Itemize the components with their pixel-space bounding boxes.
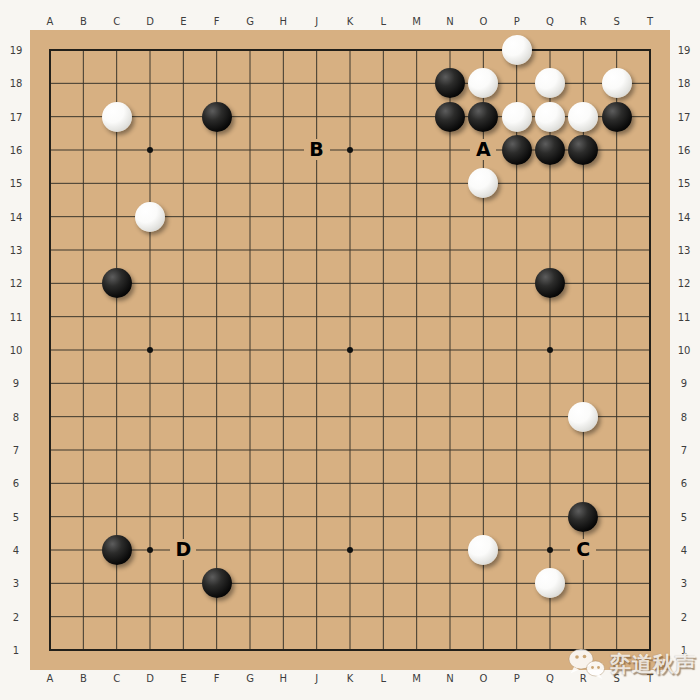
point-E17 xyxy=(167,100,200,133)
point-S19 xyxy=(600,33,633,66)
point-A4 xyxy=(33,533,66,566)
point-G16 xyxy=(233,133,266,166)
coord-top-C: C xyxy=(113,16,120,27)
coord-left-9: 9 xyxy=(13,378,19,389)
coord-right-7: 7 xyxy=(681,445,687,456)
white-stone xyxy=(602,68,632,98)
go-board-diagram: BADC AABBCCDDEEFFGGHHJJKKLLMMNNOOPPQQRRS… xyxy=(0,0,700,700)
point-H15 xyxy=(267,167,300,200)
point-R9 xyxy=(567,367,600,400)
point-T12 xyxy=(633,267,666,300)
coord-bottom-M: M xyxy=(412,673,421,684)
point-E8 xyxy=(167,400,200,433)
coord-left-7: 7 xyxy=(13,445,19,456)
coord-top-T: T xyxy=(647,16,653,27)
point-G3 xyxy=(233,567,266,600)
coord-top-B: B xyxy=(80,16,87,27)
point-L6 xyxy=(367,467,400,500)
point-O15 xyxy=(467,167,500,200)
coord-bottom-J: J xyxy=(315,673,318,684)
point-D4 xyxy=(133,533,166,566)
point-O10 xyxy=(467,333,500,366)
point-K15 xyxy=(333,167,366,200)
point-S9 xyxy=(600,367,633,400)
point-D5 xyxy=(133,500,166,533)
point-F19 xyxy=(200,33,233,66)
black-stone xyxy=(502,135,532,165)
coord-right-11: 11 xyxy=(678,311,691,322)
point-P3 xyxy=(500,567,533,600)
coord-top-N: N xyxy=(446,16,453,27)
coord-top-P: P xyxy=(514,16,520,27)
point-N1 xyxy=(433,633,466,666)
coord-right-6: 6 xyxy=(681,478,687,489)
point-T16 xyxy=(633,133,666,166)
coord-top-F: F xyxy=(214,16,220,27)
coord-left-19: 19 xyxy=(10,45,23,56)
point-F8 xyxy=(200,400,233,433)
point-J4 xyxy=(300,533,333,566)
black-stone xyxy=(102,268,132,298)
point-P8 xyxy=(500,400,533,433)
point-O11 xyxy=(467,300,500,333)
black-stone xyxy=(202,102,232,132)
white-stone xyxy=(535,102,565,132)
point-S6 xyxy=(600,467,633,500)
point-E3 xyxy=(167,567,200,600)
point-D1 xyxy=(133,633,166,666)
coord-bottom-P: P xyxy=(514,673,520,684)
point-F6 xyxy=(200,467,233,500)
point-N7 xyxy=(433,433,466,466)
point-O1 xyxy=(467,633,500,666)
point-T5 xyxy=(633,500,666,533)
coord-right-5: 5 xyxy=(681,511,687,522)
coord-right-16: 16 xyxy=(678,145,691,156)
point-B12 xyxy=(67,267,100,300)
point-O3 xyxy=(467,567,500,600)
point-G2 xyxy=(233,600,266,633)
point-Q17 xyxy=(533,100,566,133)
point-K18 xyxy=(333,67,366,100)
point-J17 xyxy=(300,100,333,133)
point-L18 xyxy=(367,67,400,100)
point-O13 xyxy=(467,233,500,266)
point-O16: A xyxy=(467,133,500,166)
coord-right-8: 8 xyxy=(681,411,687,422)
point-E6 xyxy=(167,467,200,500)
point-H10 xyxy=(267,333,300,366)
point-B13 xyxy=(67,233,100,266)
point-C12 xyxy=(100,267,133,300)
point-R15 xyxy=(567,167,600,200)
coord-left-16: 16 xyxy=(10,145,23,156)
coord-right-15: 15 xyxy=(678,178,691,189)
point-K7 xyxy=(333,433,366,466)
black-stone xyxy=(568,502,598,532)
point-M10 xyxy=(400,333,433,366)
point-E2 xyxy=(167,600,200,633)
coord-top-R: R xyxy=(580,16,587,27)
point-J14 xyxy=(300,200,333,233)
point-D13 xyxy=(133,233,166,266)
point-R17 xyxy=(567,100,600,133)
point-E18 xyxy=(167,67,200,100)
point-H13 xyxy=(267,233,300,266)
coord-top-L: L xyxy=(381,16,387,27)
coord-bottom-N: N xyxy=(446,673,453,684)
point-L2 xyxy=(367,600,400,633)
point-K13 xyxy=(333,233,366,266)
point-F13 xyxy=(200,233,233,266)
point-M13 xyxy=(400,233,433,266)
point-O9 xyxy=(467,367,500,400)
coord-bottom-K: K xyxy=(347,673,354,684)
point-M4 xyxy=(400,533,433,566)
point-L4 xyxy=(367,533,400,566)
point-F14 xyxy=(200,200,233,233)
point-T2 xyxy=(633,600,666,633)
black-stone xyxy=(468,102,498,132)
point-E4: D xyxy=(167,533,200,566)
wechat-icon xyxy=(567,646,607,682)
point-F16 xyxy=(200,133,233,166)
point-L1 xyxy=(367,633,400,666)
point-L12 xyxy=(367,267,400,300)
point-F7 xyxy=(200,433,233,466)
point-G12 xyxy=(233,267,266,300)
coord-left-18: 18 xyxy=(10,78,23,89)
point-K5 xyxy=(333,500,366,533)
point-C13 xyxy=(100,233,133,266)
point-H4 xyxy=(267,533,300,566)
coord-bottom-D: D xyxy=(146,673,154,684)
point-Q6 xyxy=(533,467,566,500)
white-stone xyxy=(502,102,532,132)
point-L19 xyxy=(367,33,400,66)
watermark: 弈道秋声 xyxy=(567,646,696,682)
point-D3 xyxy=(133,567,166,600)
coord-left-14: 14 xyxy=(10,211,23,222)
coord-left-2: 2 xyxy=(13,611,19,622)
point-J8 xyxy=(300,400,333,433)
point-P1 xyxy=(500,633,533,666)
point-S18 xyxy=(600,67,633,100)
point-S2 xyxy=(600,600,633,633)
point-S5 xyxy=(600,500,633,533)
point-P9 xyxy=(500,367,533,400)
coord-left-10: 10 xyxy=(10,345,23,356)
coord-bottom-C: C xyxy=(113,673,120,684)
point-G17 xyxy=(233,100,266,133)
point-G14 xyxy=(233,200,266,233)
point-M7 xyxy=(400,433,433,466)
coord-top-K: K xyxy=(347,16,354,27)
point-S7 xyxy=(600,433,633,466)
point-M5 xyxy=(400,500,433,533)
coord-right-17: 17 xyxy=(678,111,691,122)
point-G18 xyxy=(233,67,266,100)
point-C3 xyxy=(100,567,133,600)
white-stone xyxy=(468,168,498,198)
point-L16 xyxy=(367,133,400,166)
point-C4 xyxy=(100,533,133,566)
point-O18 xyxy=(467,67,500,100)
point-O7 xyxy=(467,433,500,466)
point-H8 xyxy=(267,400,300,433)
point-D8 xyxy=(133,400,166,433)
point-B7 xyxy=(67,433,100,466)
point-E13 xyxy=(167,233,200,266)
point-J1 xyxy=(300,633,333,666)
point-Q15 xyxy=(533,167,566,200)
point-A18 xyxy=(33,67,66,100)
point-A5 xyxy=(33,500,66,533)
point-D14 xyxy=(133,200,166,233)
point-N18 xyxy=(433,67,466,100)
point-N19 xyxy=(433,33,466,66)
point-S13 xyxy=(600,233,633,266)
point-R16 xyxy=(567,133,600,166)
point-Q3 xyxy=(533,567,566,600)
point-L5 xyxy=(367,500,400,533)
point-Q1 xyxy=(533,633,566,666)
point-D17 xyxy=(133,100,166,133)
white-stone xyxy=(502,35,532,65)
point-R18 xyxy=(567,67,600,100)
point-G8 xyxy=(233,400,266,433)
point-N10 xyxy=(433,333,466,366)
black-stone xyxy=(535,135,565,165)
point-M18 xyxy=(400,67,433,100)
point-O12 xyxy=(467,267,500,300)
point-S4 xyxy=(600,533,633,566)
point-K1 xyxy=(333,633,366,666)
point-J12 xyxy=(300,267,333,300)
coord-right-4: 4 xyxy=(681,545,687,556)
point-F5 xyxy=(200,500,233,533)
point-Q8 xyxy=(533,400,566,433)
point-K17 xyxy=(333,100,366,133)
point-N16 xyxy=(433,133,466,166)
point-M2 xyxy=(400,600,433,633)
point-Q11 xyxy=(533,300,566,333)
point-A13 xyxy=(33,233,66,266)
point-F15 xyxy=(200,167,233,200)
point-O17 xyxy=(467,100,500,133)
point-J13 xyxy=(300,233,333,266)
black-stone xyxy=(568,135,598,165)
coord-top-E: E xyxy=(180,16,186,27)
point-B5 xyxy=(67,500,100,533)
point-A14 xyxy=(33,200,66,233)
black-stone xyxy=(435,102,465,132)
white-stone xyxy=(468,68,498,98)
point-Q13 xyxy=(533,233,566,266)
point-J6 xyxy=(300,467,333,500)
point-Q5 xyxy=(533,500,566,533)
coord-left-1: 1 xyxy=(13,645,19,656)
point-K3 xyxy=(333,567,366,600)
point-J2 xyxy=(300,600,333,633)
point-T13 xyxy=(633,233,666,266)
coord-left-11: 11 xyxy=(10,311,23,322)
coord-bottom-L: L xyxy=(381,673,387,684)
point-N3 xyxy=(433,567,466,600)
point-K12 xyxy=(333,267,366,300)
point-T18 xyxy=(633,67,666,100)
point-G11 xyxy=(233,300,266,333)
point-D11 xyxy=(133,300,166,333)
point-G19 xyxy=(233,33,266,66)
point-Q18 xyxy=(533,67,566,100)
point-A9 xyxy=(33,367,66,400)
point-B2 xyxy=(67,600,100,633)
point-C7 xyxy=(100,433,133,466)
coord-left-12: 12 xyxy=(10,278,23,289)
point-E9 xyxy=(167,367,200,400)
point-R8 xyxy=(567,400,600,433)
white-stone xyxy=(568,402,598,432)
point-F3 xyxy=(200,567,233,600)
watermark-text: 弈道秋声 xyxy=(610,650,696,678)
coord-left-5: 5 xyxy=(13,511,19,522)
point-J7 xyxy=(300,433,333,466)
coord-top-G: G xyxy=(246,16,254,27)
point-H17 xyxy=(267,100,300,133)
point-F11 xyxy=(200,300,233,333)
point-B3 xyxy=(67,567,100,600)
point-T3 xyxy=(633,567,666,600)
point-E15 xyxy=(167,167,200,200)
point-B15 xyxy=(67,167,100,200)
point-D12 xyxy=(133,267,166,300)
point-F4 xyxy=(200,533,233,566)
point-T7 xyxy=(633,433,666,466)
coord-bottom-H: H xyxy=(280,673,288,684)
point-A16 xyxy=(33,133,66,166)
coord-top-J: J xyxy=(315,16,318,27)
point-R13 xyxy=(567,233,600,266)
point-A12 xyxy=(33,267,66,300)
point-Q19 xyxy=(533,33,566,66)
coord-right-13: 13 xyxy=(678,245,691,256)
point-Q16 xyxy=(533,133,566,166)
point-M11 xyxy=(400,300,433,333)
point-J10 xyxy=(300,333,333,366)
point-K9 xyxy=(333,367,366,400)
point-G9 xyxy=(233,367,266,400)
point-J9 xyxy=(300,367,333,400)
point-D7 xyxy=(133,433,166,466)
point-O5 xyxy=(467,500,500,533)
point-T15 xyxy=(633,167,666,200)
point-T8 xyxy=(633,400,666,433)
point-N9 xyxy=(433,367,466,400)
point-M8 xyxy=(400,400,433,433)
point-L3 xyxy=(367,567,400,600)
point-P18 xyxy=(500,67,533,100)
point-A19 xyxy=(33,33,66,66)
coord-right-2: 2 xyxy=(681,611,687,622)
point-Q2 xyxy=(533,600,566,633)
point-D16 xyxy=(133,133,166,166)
coord-left-13: 13 xyxy=(10,245,23,256)
point-N15 xyxy=(433,167,466,200)
point-G4 xyxy=(233,533,266,566)
black-stone xyxy=(535,268,565,298)
black-stone xyxy=(102,535,132,565)
point-R12 xyxy=(567,267,600,300)
point-R7 xyxy=(567,433,600,466)
point-B18 xyxy=(67,67,100,100)
point-N6 xyxy=(433,467,466,500)
white-stone xyxy=(135,202,165,232)
point-B19 xyxy=(67,33,100,66)
coord-right-10: 10 xyxy=(678,345,691,356)
point-T14 xyxy=(633,200,666,233)
point-R2 xyxy=(567,600,600,633)
point-E11 xyxy=(167,300,200,333)
point-G7 xyxy=(233,433,266,466)
point-C17 xyxy=(100,100,133,133)
point-M1 xyxy=(400,633,433,666)
black-stone xyxy=(202,568,232,598)
point-E5 xyxy=(167,500,200,533)
coord-right-3: 3 xyxy=(681,578,687,589)
point-S8 xyxy=(600,400,633,433)
point-P19 xyxy=(500,33,533,66)
point-P6 xyxy=(500,467,533,500)
point-K2 xyxy=(333,600,366,633)
point-A7 xyxy=(33,433,66,466)
coord-bottom-B: B xyxy=(80,673,87,684)
coord-right-12: 12 xyxy=(678,278,691,289)
point-H11 xyxy=(267,300,300,333)
point-E16 xyxy=(167,133,200,166)
point-S12 xyxy=(600,267,633,300)
point-K8 xyxy=(333,400,366,433)
point-O14 xyxy=(467,200,500,233)
coord-bottom-E: E xyxy=(180,673,186,684)
point-M12 xyxy=(400,267,433,300)
point-L11 xyxy=(367,300,400,333)
point-E7 xyxy=(167,433,200,466)
point-Q14 xyxy=(533,200,566,233)
point-B4 xyxy=(67,533,100,566)
point-L15 xyxy=(367,167,400,200)
point-D18 xyxy=(133,67,166,100)
point-M17 xyxy=(400,100,433,133)
point-D6 xyxy=(133,467,166,500)
point-N17 xyxy=(433,100,466,133)
point-T17 xyxy=(633,100,666,133)
point-T11 xyxy=(633,300,666,333)
white-stone xyxy=(535,68,565,98)
coord-bottom-A: A xyxy=(47,673,54,684)
point-C15 xyxy=(100,167,133,200)
point-P14 xyxy=(500,200,533,233)
point-J19 xyxy=(300,33,333,66)
point-E14 xyxy=(167,200,200,233)
point-P17 xyxy=(500,100,533,133)
point-H19 xyxy=(267,33,300,66)
point-B16 xyxy=(67,133,100,166)
annotation-C: C xyxy=(570,539,596,560)
point-C19 xyxy=(100,33,133,66)
point-H9 xyxy=(267,367,300,400)
point-G13 xyxy=(233,233,266,266)
